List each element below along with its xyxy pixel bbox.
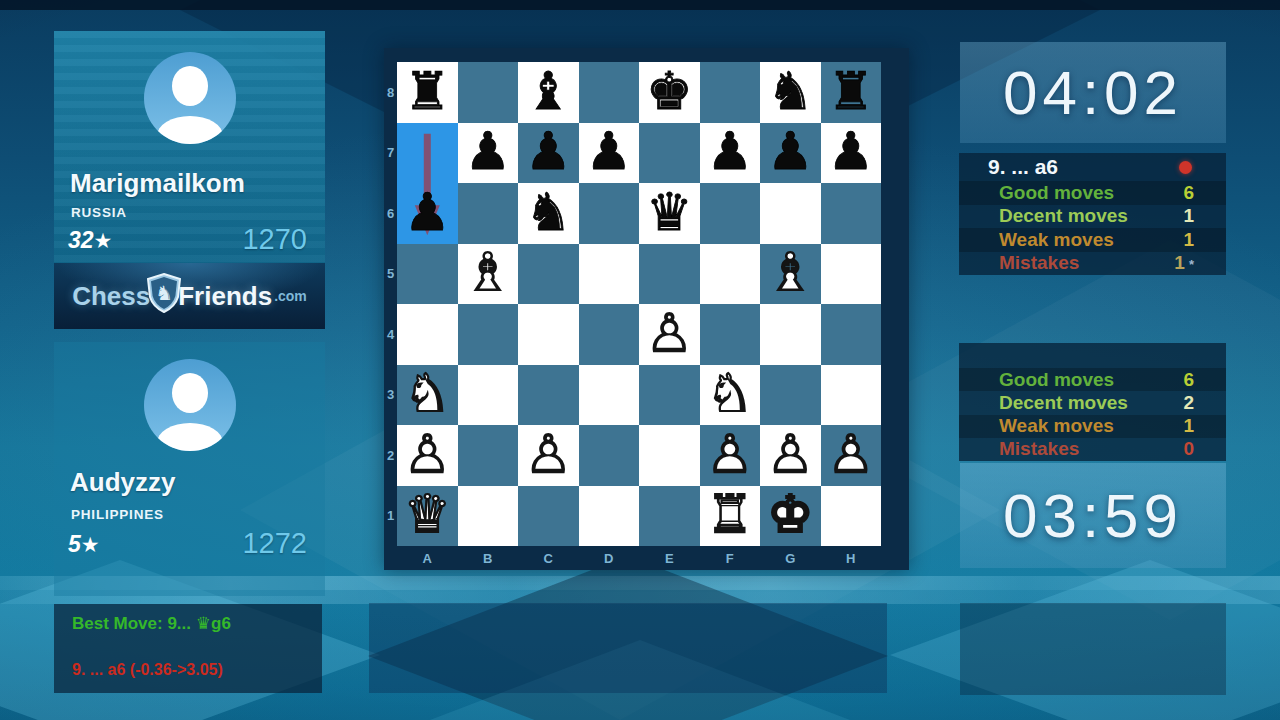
bottom-center-panel <box>369 603 887 693</box>
file-label-a: A <box>397 546 458 570</box>
piece-white-pawn[interactable]: ♟♙ <box>397 425 458 486</box>
square-e5[interactable] <box>639 244 700 305</box>
engine-feedback-box: Best Move: 9... ♛g6 9. ... a6 (-0.36->3.… <box>54 604 322 693</box>
square-g6[interactable] <box>760 183 821 244</box>
quality-rows-top: Good moves6Decent moves1Weak moves1Mista… <box>959 181 1226 275</box>
played-move-eval-text: 9. ... a6 (-0.36->3.05) <box>72 661 223 679</box>
piece-glyph-outline: ♙ <box>397 425 458 486</box>
piece-glyph-outline: ♘ <box>397 365 458 426</box>
stars-count: 32 <box>68 227 94 253</box>
square-a2[interactable]: ♟♙ <box>397 425 458 486</box>
square-c7[interactable]: ♟ <box>518 123 579 184</box>
square-f8[interactable] <box>700 62 761 123</box>
piece-black-queen[interactable]: ♛ <box>639 183 700 244</box>
move-header-text: 9. ... a6 <box>988 155 1058 179</box>
square-a4[interactable] <box>397 304 458 365</box>
piece-glyph: ♟ <box>821 123 882 184</box>
square-h4[interactable] <box>821 304 882 365</box>
file-label-c: C <box>518 546 579 570</box>
avatar-shoulders <box>157 423 223 451</box>
player-country: PHILIPPINES <box>71 507 164 522</box>
square-a8[interactable]: ♜ <box>397 62 458 123</box>
quality-label: Mistakes <box>999 252 1079 274</box>
piece-white-knight[interactable]: ♞♘ <box>700 365 761 426</box>
piece-black-king[interactable]: ♚ <box>639 62 700 123</box>
quality-value-suffix: * <box>1189 257 1194 272</box>
square-c8[interactable]: ♝ <box>518 62 579 123</box>
bottom-right-panel <box>960 603 1226 695</box>
rank-label-5: 5 <box>384 244 397 305</box>
recording-dot-icon <box>1179 161 1192 174</box>
file-label-e: E <box>639 546 700 570</box>
quality-rows-bottom: Good moves6Decent moves2Weak moves1Mista… <box>959 368 1226 461</box>
quality-row-good-moves: Good moves6 <box>959 181 1226 205</box>
logo-text-friends: Friends <box>178 281 272 312</box>
piece-black-pawn[interactable]: ♟ <box>579 123 640 184</box>
square-b6[interactable] <box>458 183 519 244</box>
avatar-head <box>172 66 208 106</box>
piece-black-pawn[interactable]: ♟ <box>397 183 458 244</box>
rank-label-8: 8 <box>384 62 397 123</box>
square-a1[interactable]: ♛♕ <box>397 486 458 547</box>
square-g3[interactable] <box>760 365 821 426</box>
piece-white-pawn[interactable]: ♟♙ <box>518 425 579 486</box>
quality-label: Mistakes <box>999 438 1079 460</box>
square-e3[interactable] <box>639 365 700 426</box>
square-f1[interactable]: ♜♖ <box>700 486 761 547</box>
svg-text:♞: ♞ <box>155 281 173 305</box>
player-rating: 1272 <box>242 527 307 560</box>
stars-count: 5 <box>68 531 81 557</box>
file-label-h: H <box>821 546 882 570</box>
piece-black-pawn[interactable]: ♟ <box>700 123 761 184</box>
piece-glyph-outline: ♗ <box>458 244 519 305</box>
square-g2[interactable]: ♟♙ <box>760 425 821 486</box>
piece-white-rook[interactable]: ♜♖ <box>700 486 761 547</box>
piece-white-knight[interactable]: ♞♘ <box>397 365 458 426</box>
square-b2[interactable] <box>458 425 519 486</box>
piece-glyph-outline: ♘ <box>700 365 761 426</box>
piece-glyph-outline: ♙ <box>821 425 882 486</box>
logo-text-chess: Chess <box>72 281 150 312</box>
quality-row-mistakes: Mistakes0 <box>959 438 1226 461</box>
square-h8[interactable]: ♜ <box>821 62 882 123</box>
star-icon: ★ <box>94 229 113 252</box>
piece-white-pawn[interactable]: ♟♙ <box>821 425 882 486</box>
square-h5[interactable] <box>821 244 882 305</box>
piece-black-pawn[interactable]: ♟ <box>760 123 821 184</box>
square-h7[interactable]: ♟ <box>821 123 882 184</box>
square-b1[interactable] <box>458 486 519 547</box>
square-g4[interactable] <box>760 304 821 365</box>
square-f6[interactable] <box>700 183 761 244</box>
square-c6[interactable]: ♞ <box>518 183 579 244</box>
piece-black-knight[interactable]: ♞ <box>518 183 579 244</box>
square-c4[interactable] <box>518 304 579 365</box>
square-f4[interactable] <box>700 304 761 365</box>
quality-row-decent-moves: Decent moves2 <box>959 391 1226 414</box>
rank-label-4: 4 <box>384 304 397 365</box>
player-rating: 1270 <box>242 223 307 256</box>
piece-glyph: ♚ <box>639 62 700 123</box>
square-b7[interactable]: ♟ <box>458 123 519 184</box>
square-e4[interactable]: ♟♙ <box>639 304 700 365</box>
rank-label-3: 3 <box>384 365 397 426</box>
move-quality-panel-white: Good moves6Decent moves2Weak moves1Mista… <box>959 343 1226 461</box>
piece-glyph-outline: ♕ <box>397 486 458 547</box>
square-d6[interactable] <box>579 183 640 244</box>
quality-value: 1 <box>1183 415 1194 437</box>
square-b8[interactable] <box>458 62 519 123</box>
square-a7[interactable] <box>397 123 458 184</box>
piece-white-pawn[interactable]: ♟♙ <box>639 304 700 365</box>
quality-value: 0 <box>1183 438 1194 460</box>
white-clock: 03:59 <box>960 463 1226 568</box>
quality-value: 2 <box>1183 392 1194 414</box>
player-card-top: Marigmailkom RUSSIA 32★ 1270 <box>54 31 325 263</box>
piece-glyph-outline: ♔ <box>760 486 821 547</box>
rank-label-6: 6 <box>384 183 397 244</box>
piece-glyph-outline: ♙ <box>518 425 579 486</box>
square-h6[interactable] <box>821 183 882 244</box>
square-g1[interactable]: ♚♔ <box>760 486 821 547</box>
chessfriends-logo: Chess ♞ Friends .com <box>54 263 325 329</box>
avatar-head <box>172 373 208 413</box>
piece-black-bishop[interactable]: ♝ <box>518 62 579 123</box>
piece-glyph-outline: ♗ <box>760 244 821 305</box>
piece-black-knight[interactable]: ♞ <box>760 62 821 123</box>
avatar-icon[interactable] <box>144 52 236 144</box>
quality-label: Decent moves <box>999 205 1128 227</box>
square-a3[interactable]: ♞♘ <box>397 365 458 426</box>
square-a5[interactable] <box>397 244 458 305</box>
white-clock-time: 03:59 <box>1003 480 1183 551</box>
rank-label-7: 7 <box>384 123 397 184</box>
file-label-b: B <box>458 546 519 570</box>
square-f2[interactable]: ♟♙ <box>700 425 761 486</box>
player-name: Audyzzy <box>70 467 309 498</box>
piece-glyph: ♞ <box>760 62 821 123</box>
board-squares: ♜♝♚♞♜♟♟♟♟♟♟♟♞♛♝♗♝♗♟♙♞♘♞♘♟♙♟♙♟♙♟♙♟♙♛♕♜♖♚♔ <box>397 62 881 546</box>
player-stars: 5★ <box>68 531 100 558</box>
piece-glyph: ♛ <box>639 183 700 244</box>
piece-glyph: ♟ <box>458 123 519 184</box>
shield-knight-icon: ♞ <box>147 273 181 317</box>
square-c3[interactable] <box>518 365 579 426</box>
quality-label: Weak moves <box>999 229 1114 251</box>
quality-value: 6 <box>1183 369 1194 391</box>
quality-value: 1 <box>1183 229 1194 251</box>
quality-label: Good moves <box>999 369 1114 391</box>
square-g8[interactable]: ♞ <box>760 62 821 123</box>
piece-glyph: ♟ <box>518 123 579 184</box>
piece-glyph-outline: ♙ <box>760 425 821 486</box>
piece-glyph: ♟ <box>760 123 821 184</box>
square-d1[interactable] <box>579 486 640 547</box>
piece-glyph: ♟ <box>579 123 640 184</box>
square-d7[interactable]: ♟ <box>579 123 640 184</box>
square-g7[interactable]: ♟ <box>760 123 821 184</box>
square-e1[interactable] <box>639 486 700 547</box>
square-d2[interactable] <box>579 425 640 486</box>
quality-label: Weak moves <box>999 415 1114 437</box>
move-header: 9. ... a6 <box>959 153 1226 181</box>
piece-glyph-outline: ♙ <box>639 304 700 365</box>
piece-white-pawn[interactable]: ♟♙ <box>700 425 761 486</box>
piece-glyph: ♟ <box>397 183 458 244</box>
square-f3[interactable]: ♞♘ <box>700 365 761 426</box>
piece-black-rook[interactable]: ♜ <box>397 62 458 123</box>
square-b4[interactable] <box>458 304 519 365</box>
piece-black-pawn[interactable]: ♟ <box>821 123 882 184</box>
piece-white-queen[interactable]: ♛♕ <box>397 486 458 547</box>
piece-black-pawn[interactable]: ♟ <box>518 123 579 184</box>
square-e2[interactable] <box>639 425 700 486</box>
square-a6[interactable]: ♟ <box>397 183 458 244</box>
move-quality-panel-black: 9. ... a6 Good moves6Decent moves1Weak m… <box>959 153 1226 275</box>
piece-glyph: ♝ <box>518 62 579 123</box>
avatar-shoulders <box>157 116 223 144</box>
player-stars: 32★ <box>68 227 112 254</box>
square-c2[interactable]: ♟♙ <box>518 425 579 486</box>
square-f7[interactable]: ♟ <box>700 123 761 184</box>
piece-white-king[interactable]: ♚♔ <box>760 486 821 547</box>
square-h1[interactable] <box>821 486 882 547</box>
quality-row-decent-moves: Decent moves1 <box>959 205 1226 229</box>
piece-glyph: ♜ <box>821 62 882 123</box>
player-name: Marigmailkom <box>70 168 309 199</box>
quality-row-weak-moves: Weak moves1 <box>959 415 1226 438</box>
player-country: RUSSIA <box>71 205 127 220</box>
quality-value: 6 <box>1183 182 1194 204</box>
file-label-d: D <box>579 546 640 570</box>
chess-board: 87654321 ♜♝♚♞♜♟♟♟♟♟♟♟♞♛♝♗♝♗♟♙♞♘♞♘♟♙♟♙♟♙♟… <box>384 48 909 570</box>
piece-glyph: ♜ <box>397 62 458 123</box>
avatar-icon[interactable] <box>144 359 236 451</box>
square-b5[interactable]: ♝♗ <box>458 244 519 305</box>
square-g5[interactable]: ♝♗ <box>760 244 821 305</box>
square-f5[interactable] <box>700 244 761 305</box>
file-labels: ABCDEFGH <box>397 546 881 570</box>
quality-row-mistakes: Mistakes1* <box>959 252 1226 276</box>
square-e8[interactable]: ♚ <box>639 62 700 123</box>
piece-glyph: ♟ <box>700 123 761 184</box>
piece-black-pawn[interactable]: ♟ <box>458 123 519 184</box>
quality-row-weak-moves: Weak moves1 <box>959 228 1226 252</box>
rank-label-1: 1 <box>384 486 397 547</box>
quality-label: Decent moves <box>999 392 1128 414</box>
rank-label-2: 2 <box>384 425 397 486</box>
square-b3[interactable] <box>458 365 519 426</box>
logo-text-com: .com <box>274 288 307 304</box>
quality-label: Good moves <box>999 182 1114 204</box>
app-screen: Marigmailkom RUSSIA 32★ 1270 Chess ♞ Fri… <box>0 0 1280 720</box>
square-e7[interactable] <box>639 123 700 184</box>
square-d8[interactable] <box>579 62 640 123</box>
quality-value: 1 <box>1183 205 1194 227</box>
piece-glyph-outline: ♖ <box>700 486 761 547</box>
best-move-text: Best Move: 9... ♛g6 <box>72 613 231 634</box>
file-label-f: F <box>700 546 761 570</box>
quality-row-good-moves: Good moves6 <box>959 368 1226 391</box>
square-h2[interactable]: ♟♙ <box>821 425 882 486</box>
square-h3[interactable] <box>821 365 882 426</box>
square-d5[interactable] <box>579 244 640 305</box>
player-card-bottom: Audyzzy PHILIPPINES 5★ 1272 <box>54 342 325 596</box>
black-clock: 04:02 <box>960 42 1226 143</box>
piece-white-bishop[interactable]: ♝♗ <box>458 244 519 305</box>
piece-glyph: ♞ <box>518 183 579 244</box>
piece-glyph-outline: ♙ <box>700 425 761 486</box>
piece-black-rook[interactable]: ♜ <box>821 62 882 123</box>
move-header <box>959 343 1226 368</box>
piece-white-pawn[interactable]: ♟♙ <box>760 425 821 486</box>
piece-white-bishop[interactable]: ♝♗ <box>760 244 821 305</box>
square-d3[interactable] <box>579 365 640 426</box>
square-c1[interactable] <box>518 486 579 547</box>
square-d4[interactable] <box>579 304 640 365</box>
square-c5[interactable] <box>518 244 579 305</box>
quality-value: 1* <box>1174 252 1194 274</box>
black-clock-time: 04:02 <box>1003 57 1183 128</box>
star-icon: ★ <box>81 533 100 556</box>
file-label-g: G <box>760 546 821 570</box>
square-e6[interactable]: ♛ <box>639 183 700 244</box>
rank-labels: 87654321 <box>384 62 397 546</box>
top-edge-bar <box>0 0 1280 10</box>
